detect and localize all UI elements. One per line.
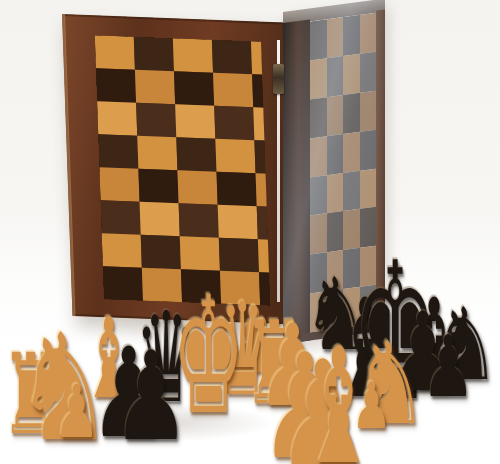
light-bishop: ♝ — [299, 327, 378, 464]
light-pawn: ♟ — [54, 375, 100, 448]
chess-set-photo: ♞♟♛♝♚♝♞♟♟♛♚♝♟♟♜♞♟♜♟♞♟♟♟♝ — [0, 0, 500, 464]
pieces-layer: ♞♟♛♝♚♝♞♟♟♛♚♝♟♟♜♞♟♜♟♞♟♟♟♝ — [0, 0, 500, 464]
dark-pawn: ♟ — [421, 324, 474, 409]
dark-pawn: ♟ — [113, 335, 190, 458]
